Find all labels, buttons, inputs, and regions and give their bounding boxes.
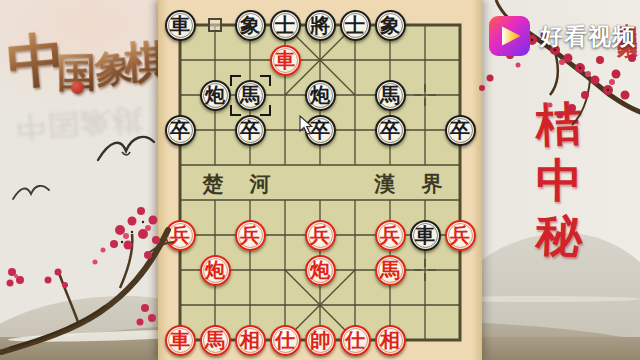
piece-red-advisor[interactable]: 仕: [340, 325, 371, 356]
piece-red-horse[interactable]: 馬: [375, 255, 406, 286]
ink-bird-large: [95, 128, 157, 174]
plum-branch-bottom-left: [0, 200, 175, 360]
piece-red-pawn[interactable]: 兵: [305, 220, 336, 251]
piece-black-elephant[interactable]: 象: [235, 10, 266, 41]
book-title-char: 秘: [531, 204, 587, 268]
piece-red-elephant[interactable]: 相: [235, 325, 266, 356]
piece-red-horse[interactable]: 馬: [200, 325, 231, 356]
piece-black-chariot[interactable]: 車: [410, 220, 441, 251]
piece-black-pawn[interactable]: 卒: [165, 115, 196, 146]
xiangqi-board[interactable]: 楚 河 漢 界 車象士將士象車炮馬炮馬卒卒卒卒卒兵兵兵兵車兵炮炮馬車馬相仕帥仕相: [158, 0, 482, 360]
haokan-video-logo play-icon: [489, 16, 530, 56]
mouse-cursor-icon: [299, 115, 314, 136]
piece-red-pawn[interactable]: 兵: [445, 220, 476, 251]
piece-red-general[interactable]: 帥: [305, 325, 336, 356]
piece-black-pawn[interactable]: 卒: [235, 115, 266, 146]
piece-red-pawn[interactable]: 兵: [235, 220, 266, 251]
point-mark: [413, 258, 437, 282]
piece-black-horse[interactable]: 馬: [235, 80, 266, 111]
last-move-from-marker: [208, 18, 222, 32]
piece-red-elephant[interactable]: 相: [375, 325, 406, 356]
piece-black-advisor[interactable]: 士: [270, 10, 301, 41]
piece-red-cannon[interactable]: 炮: [305, 255, 336, 286]
piece-black-general[interactable]: 將: [305, 10, 336, 41]
piece-red-chariot[interactable]: 車: [270, 45, 301, 76]
point-mark: [413, 83, 437, 107]
piece-black-elephant[interactable]: 象: [375, 10, 406, 41]
watermark-label: 好看视频: [540, 21, 636, 52]
piece-black-horse[interactable]: 馬: [375, 80, 406, 111]
piece-black-pawn[interactable]: 卒: [375, 115, 406, 146]
piece-black-chariot[interactable]: 車: [165, 10, 196, 41]
pieces-layer: 車象士將士象車炮馬炮馬卒卒卒卒卒兵兵兵兵車兵炮炮馬車馬相仕帥仕相: [158, 0, 482, 360]
piece-black-cannon[interactable]: 炮: [305, 80, 336, 111]
piece-red-pawn[interactable]: 兵: [375, 220, 406, 251]
piece-black-cannon[interactable]: 炮: [200, 80, 231, 111]
piece-red-advisor[interactable]: 仕: [270, 325, 301, 356]
piece-black-advisor[interactable]: 士: [340, 10, 371, 41]
piece-red-cannon[interactable]: 炮: [200, 255, 231, 286]
